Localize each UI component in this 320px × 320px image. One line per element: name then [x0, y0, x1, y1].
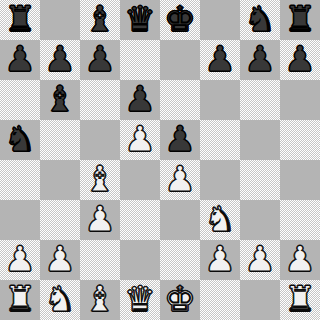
piece-white-pawn[interactable]: ♟ [84, 199, 115, 239]
square-h4[interactable] [280, 160, 320, 200]
piece-black-pawn[interactable]: ♟ [244, 39, 275, 79]
square-g5[interactable] [240, 120, 280, 160]
square-g8[interactable]: ♞ [240, 0, 280, 40]
square-c7[interactable]: ♟ [80, 40, 120, 80]
piece-black-pawn[interactable]: ♟ [204, 39, 235, 79]
square-c8[interactable]: ♝ [80, 0, 120, 40]
square-c1[interactable]: ♝ [80, 280, 120, 320]
square-d3[interactable] [120, 200, 160, 240]
square-g6[interactable] [240, 80, 280, 120]
piece-black-king[interactable]: ♚ [164, 0, 195, 39]
square-b2[interactable]: ♟ [40, 240, 80, 280]
square-f3[interactable]: ♞ [200, 200, 240, 240]
piece-black-bishop[interactable]: ♝ [44, 79, 75, 119]
square-h1[interactable]: ♜ [280, 280, 320, 320]
piece-white-pawn[interactable]: ♟ [4, 239, 35, 279]
piece-white-pawn[interactable]: ♟ [44, 239, 75, 279]
square-f7[interactable]: ♟ [200, 40, 240, 80]
square-a4[interactable] [0, 160, 40, 200]
square-f2[interactable]: ♟ [200, 240, 240, 280]
square-d1[interactable]: ♛ [120, 280, 160, 320]
square-b3[interactable] [40, 200, 80, 240]
square-h3[interactable] [280, 200, 320, 240]
square-d5[interactable]: ♟ [120, 120, 160, 160]
square-h7[interactable]: ♟ [280, 40, 320, 80]
square-a1[interactable]: ♜ [0, 280, 40, 320]
square-b6[interactable]: ♝ [40, 80, 80, 120]
piece-black-rook[interactable]: ♜ [4, 0, 35, 39]
square-c3[interactable]: ♟ [80, 200, 120, 240]
piece-black-rook[interactable]: ♜ [284, 0, 315, 39]
square-e1[interactable]: ♚ [160, 280, 200, 320]
square-h8[interactable]: ♜ [280, 0, 320, 40]
square-a7[interactable]: ♟ [0, 40, 40, 80]
square-a8[interactable]: ♜ [0, 0, 40, 40]
square-f6[interactable] [200, 80, 240, 120]
square-f8[interactable] [200, 0, 240, 40]
piece-black-bishop[interactable]: ♝ [84, 0, 115, 39]
square-g1[interactable] [240, 280, 280, 320]
piece-white-queen[interactable]: ♛ [124, 279, 155, 319]
square-e7[interactable] [160, 40, 200, 80]
piece-black-pawn[interactable]: ♟ [44, 39, 75, 79]
piece-white-knight[interactable]: ♞ [44, 279, 75, 319]
piece-white-pawn[interactable]: ♟ [164, 159, 195, 199]
square-h6[interactable] [280, 80, 320, 120]
piece-white-king[interactable]: ♚ [164, 279, 195, 319]
square-e3[interactable] [160, 200, 200, 240]
piece-black-pawn[interactable]: ♟ [4, 39, 35, 79]
square-d4[interactable] [120, 160, 160, 200]
square-e6[interactable] [160, 80, 200, 120]
piece-black-knight[interactable]: ♞ [4, 119, 35, 159]
square-d8[interactable]: ♛ [120, 0, 160, 40]
piece-white-rook[interactable]: ♜ [4, 279, 35, 319]
square-d7[interactable] [120, 40, 160, 80]
piece-black-pawn[interactable]: ♟ [84, 39, 115, 79]
piece-white-pawn[interactable]: ♟ [284, 239, 315, 279]
square-e5[interactable]: ♟ [160, 120, 200, 160]
square-g2[interactable]: ♟ [240, 240, 280, 280]
square-c5[interactable] [80, 120, 120, 160]
square-d6[interactable]: ♟ [120, 80, 160, 120]
piece-white-knight[interactable]: ♞ [204, 199, 235, 239]
piece-black-pawn[interactable]: ♟ [164, 119, 195, 159]
piece-white-bishop[interactable]: ♝ [84, 159, 115, 199]
square-b8[interactable] [40, 0, 80, 40]
square-a2[interactable]: ♟ [0, 240, 40, 280]
square-f5[interactable] [200, 120, 240, 160]
piece-black-queen[interactable]: ♛ [124, 0, 155, 39]
piece-white-pawn[interactable]: ♟ [204, 239, 235, 279]
square-a3[interactable] [0, 200, 40, 240]
piece-black-pawn[interactable]: ♟ [284, 39, 315, 79]
piece-black-knight[interactable]: ♞ [244, 0, 275, 39]
square-e8[interactable]: ♚ [160, 0, 200, 40]
square-e4[interactable]: ♟ [160, 160, 200, 200]
square-h2[interactable]: ♟ [280, 240, 320, 280]
square-a5[interactable]: ♞ [0, 120, 40, 160]
square-c4[interactable]: ♝ [80, 160, 120, 200]
piece-black-pawn[interactable]: ♟ [124, 79, 155, 119]
square-b1[interactable]: ♞ [40, 280, 80, 320]
square-d2[interactable] [120, 240, 160, 280]
square-h5[interactable] [280, 120, 320, 160]
square-c6[interactable] [80, 80, 120, 120]
square-b4[interactable] [40, 160, 80, 200]
chess-board: ♜♝♛♚♞♜♟♟♟♟♟♟♝♟♞♟♟♝♟♟♞♟♟♟♟♟♜♞♝♛♚♜ [0, 0, 320, 320]
square-b7[interactable]: ♟ [40, 40, 80, 80]
square-a6[interactable] [0, 80, 40, 120]
square-f4[interactable] [200, 160, 240, 200]
piece-white-rook[interactable]: ♜ [284, 279, 315, 319]
piece-white-pawn[interactable]: ♟ [124, 119, 155, 159]
piece-white-bishop[interactable]: ♝ [84, 279, 115, 319]
piece-white-pawn[interactable]: ♟ [244, 239, 275, 279]
square-g7[interactable]: ♟ [240, 40, 280, 80]
square-e2[interactable] [160, 240, 200, 280]
square-f1[interactable] [200, 280, 240, 320]
square-c2[interactable] [80, 240, 120, 280]
square-b5[interactable] [40, 120, 80, 160]
square-g4[interactable] [240, 160, 280, 200]
square-g3[interactable] [240, 200, 280, 240]
